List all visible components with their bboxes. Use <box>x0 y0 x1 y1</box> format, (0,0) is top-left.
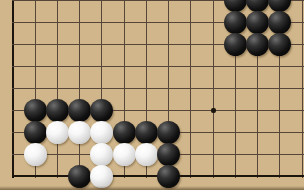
grid-line-horizontal <box>12 88 304 89</box>
black-stone[interactable] <box>135 121 158 144</box>
white-stone[interactable] <box>90 143 113 166</box>
white-stone[interactable] <box>24 143 47 166</box>
black-stone[interactable] <box>268 0 291 12</box>
white-stone[interactable] <box>46 121 69 144</box>
black-stone[interactable] <box>113 121 136 144</box>
black-stone[interactable] <box>24 121 47 144</box>
black-stone[interactable] <box>24 99 47 122</box>
black-stone[interactable] <box>268 11 291 34</box>
white-stone[interactable] <box>90 165 113 188</box>
grid-line-vertical <box>79 0 80 178</box>
black-stone[interactable] <box>68 165 91 188</box>
go-board-screenshot <box>0 0 304 190</box>
grid-line-vertical <box>213 0 214 178</box>
white-stone[interactable] <box>90 121 113 144</box>
white-stone[interactable] <box>68 121 91 144</box>
black-stone[interactable] <box>157 165 180 188</box>
black-stone[interactable] <box>224 11 247 34</box>
black-stone[interactable] <box>246 0 269 12</box>
star-point <box>211 108 216 113</box>
black-stone[interactable] <box>46 99 69 122</box>
black-stone[interactable] <box>246 11 269 34</box>
grid-line-vertical <box>57 0 58 178</box>
black-stone[interactable] <box>68 99 91 122</box>
board-bottom-edge-shadow <box>0 186 304 190</box>
go-board[interactable] <box>0 0 304 190</box>
black-stone[interactable] <box>268 33 291 56</box>
grid-line-vertical <box>190 0 191 178</box>
black-stone[interactable] <box>246 33 269 56</box>
grid-line-horizontal <box>12 66 304 67</box>
black-stone[interactable] <box>224 0 247 12</box>
board-left-edge-line <box>12 0 14 178</box>
black-stone[interactable] <box>90 99 113 122</box>
black-stone[interactable] <box>157 143 180 166</box>
white-stone[interactable] <box>135 143 158 166</box>
white-stone[interactable] <box>113 143 136 166</box>
grid-line-vertical <box>302 0 303 178</box>
black-stone[interactable] <box>224 33 247 56</box>
black-stone[interactable] <box>157 121 180 144</box>
